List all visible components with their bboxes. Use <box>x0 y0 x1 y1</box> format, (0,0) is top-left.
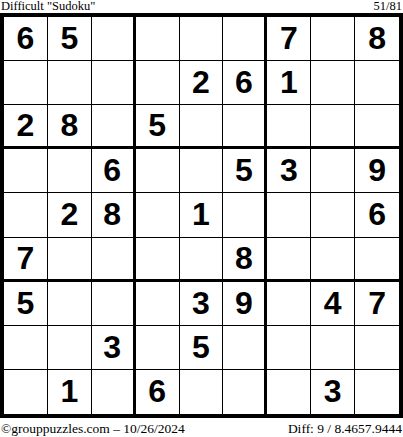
cell-r8c6[interactable] <box>223 326 267 370</box>
cell-r2c3[interactable] <box>92 61 136 105</box>
cell-r3c1[interactable]: 2 <box>4 105 48 149</box>
copyright-credit: ©grouppuzzles.com – 10/26/2024 <box>1 421 185 437</box>
cell-r6c8[interactable] <box>311 238 355 282</box>
header: Difficult "Sudoku" 51/81 <box>0 0 403 13</box>
cell-r4c3[interactable]: 6 <box>92 149 136 193</box>
cell-r4c2[interactable] <box>48 149 92 193</box>
cell-r9c2[interactable]: 1 <box>48 370 92 414</box>
cell-r6c6[interactable]: 8 <box>223 238 267 282</box>
cell-r8c3[interactable]: 3 <box>92 326 136 370</box>
cell-r4c1[interactable] <box>4 149 48 193</box>
cell-r2c1[interactable] <box>4 61 48 105</box>
cell-r9c8[interactable]: 3 <box>311 370 355 414</box>
cell-r2c6[interactable]: 6 <box>223 61 267 105</box>
cell-r5c8[interactable] <box>311 193 355 237</box>
cell-r5c9[interactable]: 6 <box>355 193 399 237</box>
cell-r9c6[interactable] <box>223 370 267 414</box>
cell-r8c2[interactable] <box>48 326 92 370</box>
cell-r8c5[interactable]: 5 <box>180 326 224 370</box>
cell-r9c1[interactable] <box>4 370 48 414</box>
cell-r1c3[interactable] <box>92 17 136 61</box>
cell-r8c4[interactable] <box>136 326 180 370</box>
cell-r6c5[interactable] <box>180 238 224 282</box>
cell-r1c5[interactable] <box>180 17 224 61</box>
cell-r2c8[interactable] <box>311 61 355 105</box>
cell-r2c4[interactable] <box>136 61 180 105</box>
cell-r5c4[interactable] <box>136 193 180 237</box>
cell-r6c7[interactable] <box>267 238 311 282</box>
cell-r8c8[interactable] <box>311 326 355 370</box>
puzzle-title: Difficult "Sudoku" <box>1 0 95 13</box>
cell-r3c3[interactable] <box>92 105 136 149</box>
cell-r3c5[interactable] <box>180 105 224 149</box>
cell-r7c1[interactable]: 5 <box>4 282 48 326</box>
cell-r7c2[interactable] <box>48 282 92 326</box>
cell-r6c3[interactable] <box>92 238 136 282</box>
cell-r4c9[interactable]: 9 <box>355 149 399 193</box>
cell-r4c4[interactable] <box>136 149 180 193</box>
cell-r8c7[interactable] <box>267 326 311 370</box>
cell-r2c7[interactable]: 1 <box>267 61 311 105</box>
cell-r9c5[interactable] <box>180 370 224 414</box>
cell-r1c7[interactable]: 7 <box>267 17 311 61</box>
cell-r7c3[interactable] <box>92 282 136 326</box>
cell-r6c2[interactable] <box>48 238 92 282</box>
cell-r3c4[interactable]: 5 <box>136 105 180 149</box>
cell-r1c4[interactable] <box>136 17 180 61</box>
cell-r7c5[interactable]: 3 <box>180 282 224 326</box>
cell-r4c6[interactable]: 5 <box>223 149 267 193</box>
cell-r7c4[interactable] <box>136 282 180 326</box>
cell-r5c2[interactable]: 2 <box>48 193 92 237</box>
cell-r2c2[interactable] <box>48 61 92 105</box>
cell-r2c9[interactable] <box>355 61 399 105</box>
cell-r5c5[interactable]: 1 <box>180 193 224 237</box>
cell-r3c7[interactable] <box>267 105 311 149</box>
cell-r5c3[interactable]: 8 <box>92 193 136 237</box>
cell-r4c8[interactable] <box>311 149 355 193</box>
cell-r3c8[interactable] <box>311 105 355 149</box>
cell-r1c1[interactable]: 6 <box>4 17 48 61</box>
cell-r5c6[interactable] <box>223 193 267 237</box>
cell-r9c7[interactable] <box>267 370 311 414</box>
cell-r7c7[interactable] <box>267 282 311 326</box>
cell-r9c9[interactable] <box>355 370 399 414</box>
cell-r1c2[interactable]: 5 <box>48 17 92 61</box>
cell-r3c6[interactable] <box>223 105 267 149</box>
cell-r3c9[interactable] <box>355 105 399 149</box>
cell-r1c8[interactable] <box>311 17 355 61</box>
cell-r7c6[interactable]: 9 <box>223 282 267 326</box>
cell-r8c1[interactable] <box>4 326 48 370</box>
cell-r1c9[interactable]: 8 <box>355 17 399 61</box>
cell-r3c2[interactable]: 8 <box>48 105 92 149</box>
cell-r8c9[interactable] <box>355 326 399 370</box>
cell-r2c5[interactable]: 2 <box>180 61 224 105</box>
cell-r7c8[interactable]: 4 <box>311 282 355 326</box>
cell-r5c1[interactable] <box>4 193 48 237</box>
cell-r6c9[interactable] <box>355 238 399 282</box>
cell-r6c1[interactable]: 7 <box>4 238 48 282</box>
cell-r4c5[interactable] <box>180 149 224 193</box>
difficulty-label: Diff: 9 / 8.4657.9444 <box>288 421 402 437</box>
cell-r5c7[interactable] <box>267 193 311 237</box>
cell-r9c4[interactable]: 6 <box>136 370 180 414</box>
sudoku-board: 657826128565392816785394735163 <box>0 13 403 418</box>
progress-counter: 51/81 <box>374 0 402 13</box>
cell-r9c3[interactable] <box>92 370 136 414</box>
cell-r7c9[interactable]: 7 <box>355 282 399 326</box>
footer: ©grouppuzzles.com – 10/26/2024 Diff: 9 /… <box>0 418 403 437</box>
cell-r4c7[interactable]: 3 <box>267 149 311 193</box>
cell-r1c6[interactable] <box>223 17 267 61</box>
cell-r6c4[interactable] <box>136 238 180 282</box>
